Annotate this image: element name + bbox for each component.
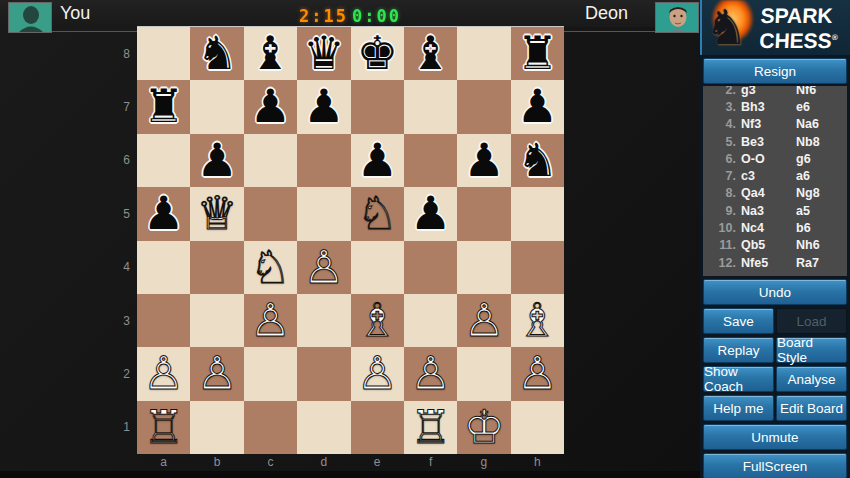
square-g6[interactable]: ♟ xyxy=(457,134,510,187)
move-row-12: 12.Nfe5Ra7 xyxy=(703,254,847,271)
board-style-button[interactable]: Board Style xyxy=(776,337,847,363)
move-number: 10. xyxy=(703,221,741,235)
show-coach-button[interactable]: Show Coach xyxy=(703,366,774,392)
move-list[interactable]: 2.g3Nf63.Bh3e64.Nf3Na65.Be3Nb86.O-Og67.c… xyxy=(703,86,847,276)
action-row: Help meEdit Board xyxy=(703,395,847,421)
move-number: 6. xyxy=(703,152,741,166)
white-knight-e5[interactable]: ♘ xyxy=(351,187,404,240)
action-row: Show CoachAnalyse xyxy=(703,366,847,392)
white-pawn-a2[interactable]: ♙ xyxy=(137,347,190,400)
square-g4[interactable] xyxy=(457,241,510,294)
white-pawn-d4[interactable]: ♙ xyxy=(297,241,350,294)
square-d4[interactable]: ♙ xyxy=(297,241,350,294)
file-label-f: f xyxy=(404,455,457,473)
black-pawn-c7[interactable]: ♟ xyxy=(244,80,297,133)
save-button[interactable]: Save xyxy=(703,308,774,334)
square-e3[interactable]: ♗ xyxy=(351,294,404,347)
move-number: 9. xyxy=(703,204,741,218)
square-g7[interactable] xyxy=(457,80,510,133)
undo-button[interactable]: Undo xyxy=(703,279,847,305)
white-move: Bh3 xyxy=(741,100,796,114)
square-a4[interactable] xyxy=(137,241,190,294)
move-number: 4. xyxy=(703,117,741,131)
logo-line1: SPARK xyxy=(760,5,839,27)
black-move: Ra7 xyxy=(796,256,819,270)
white-knight-c4[interactable]: ♘ xyxy=(244,241,297,294)
black-move: Na6 xyxy=(796,117,819,131)
square-a8[interactable] xyxy=(137,27,190,80)
black-knight-h6[interactable]: ♞ xyxy=(511,134,564,187)
square-b7[interactable] xyxy=(190,80,243,133)
edit-board-button[interactable]: Edit Board xyxy=(776,395,847,421)
file-label-b: b xyxy=(190,455,243,473)
file-label-a: a xyxy=(137,455,190,473)
square-g1[interactable]: ♔ xyxy=(457,401,510,454)
white-move: O-O xyxy=(741,152,796,166)
square-d1[interactable] xyxy=(297,401,350,454)
black-pawn-d7[interactable]: ♟ xyxy=(297,80,350,133)
square-g3[interactable]: ♙ xyxy=(457,294,510,347)
white-player-name: You xyxy=(60,3,90,24)
square-b6[interactable]: ♟ xyxy=(190,134,243,187)
square-f2[interactable]: ♙ xyxy=(404,347,457,400)
square-h4[interactable] xyxy=(511,241,564,294)
square-b3[interactable] xyxy=(190,294,243,347)
square-a2[interactable]: ♙ xyxy=(137,347,190,400)
white-move: Nc4 xyxy=(741,221,796,235)
black-move: a5 xyxy=(796,204,810,218)
chess-board: ♞♝♛♚♝♜♜♟♟♟♟♟♟♞♟♕♘♟♘♙♙♗♙♗♙♙♙♙♙♖♖♔ xyxy=(137,26,564,454)
help-me-button[interactable]: Help me xyxy=(703,395,774,421)
move-number: 12. xyxy=(703,256,741,270)
move-row-7: 7.c3a6 xyxy=(703,167,847,184)
rank-label-5: 5 xyxy=(119,187,134,240)
file-label-c: c xyxy=(244,455,297,473)
rank-label-3: 3 xyxy=(119,294,134,347)
square-f1[interactable]: ♖ xyxy=(404,401,457,454)
black-pawn-e6[interactable]: ♟ xyxy=(351,134,404,187)
square-g8[interactable] xyxy=(457,27,510,80)
white-move: c3 xyxy=(741,169,796,183)
square-c2[interactable] xyxy=(244,347,297,400)
square-d5[interactable] xyxy=(297,187,350,240)
square-f4[interactable] xyxy=(404,241,457,294)
sparkchess-logo: ♞ SPARK CHESS® xyxy=(700,0,850,55)
square-f5[interactable]: ♟ xyxy=(404,187,457,240)
black-queen-d8[interactable]: ♛ xyxy=(297,27,350,80)
white-move: Nfe5 xyxy=(741,256,796,270)
file-label-h: h xyxy=(511,455,564,473)
black-move: b6 xyxy=(796,221,811,235)
black-pawn-h7[interactable]: ♟ xyxy=(511,80,564,133)
square-c7[interactable]: ♟ xyxy=(244,80,297,133)
rank-label-7: 7 xyxy=(119,80,134,133)
square-e1[interactable] xyxy=(351,401,404,454)
black-move: Ng8 xyxy=(796,186,820,200)
square-c5[interactable] xyxy=(244,187,297,240)
knight-logo-icon: ♞ xyxy=(705,0,748,54)
square-a7[interactable]: ♜ xyxy=(137,80,190,133)
move-row-3: 3.Bh3e6 xyxy=(703,98,847,115)
white-bishop-h3[interactable]: ♗ xyxy=(511,294,564,347)
black-rook-a7[interactable]: ♜ xyxy=(137,80,190,133)
black-move: e6 xyxy=(796,100,810,114)
rank-label-4: 4 xyxy=(119,241,134,294)
action-row: SaveLoad xyxy=(703,308,847,334)
move-number: 8. xyxy=(703,186,741,200)
board-grid: ♞♝♛♚♝♜♜♟♟♟♟♟♟♞♟♕♘♟♘♙♙♗♙♗♙♙♙♙♙♖♖♔ xyxy=(137,27,564,454)
square-c1[interactable] xyxy=(244,401,297,454)
fullscreen-button[interactable]: FullScreen xyxy=(703,453,847,478)
square-b2[interactable]: ♙ xyxy=(190,347,243,400)
white-move: Na3 xyxy=(741,204,796,218)
file-label-d: d xyxy=(297,455,350,473)
top-bar: You 2:15 0:00 Deon xyxy=(0,0,700,27)
square-d2[interactable] xyxy=(297,347,350,400)
square-h7[interactable]: ♟ xyxy=(511,80,564,133)
action-row: FullScreen xyxy=(703,453,847,478)
file-label-e: e xyxy=(351,455,404,473)
move-row-5: 5.Be3Nb8 xyxy=(703,133,847,150)
white-bishop-e3[interactable]: ♗ xyxy=(351,294,404,347)
square-f3[interactable] xyxy=(404,294,457,347)
rank-labels: 87654321 xyxy=(119,27,134,454)
logo-text: SPARK CHESS® xyxy=(759,5,840,52)
move-row-8: 8.Qa4Ng8 xyxy=(703,185,847,202)
portrait-icon xyxy=(656,3,699,33)
black-player-name: Deon xyxy=(585,3,628,24)
square-d6[interactable] xyxy=(297,134,350,187)
move-row-9: 9.Na3a5 xyxy=(703,202,847,219)
square-e8[interactable]: ♚ xyxy=(351,27,404,80)
square-a6[interactable] xyxy=(137,134,190,187)
square-c3[interactable]: ♙ xyxy=(244,294,297,347)
square-b1[interactable] xyxy=(190,401,243,454)
analyse-button[interactable]: Analyse xyxy=(776,366,847,392)
white-rook-f1[interactable]: ♖ xyxy=(404,401,457,454)
black-knight-b8[interactable]: ♞ xyxy=(190,27,243,80)
black-move: Nh6 xyxy=(796,238,820,252)
square-f6[interactable] xyxy=(404,134,457,187)
square-h6[interactable]: ♞ xyxy=(511,134,564,187)
black-pawn-b6[interactable]: ♟ xyxy=(190,134,243,187)
black-clock: 0:00 xyxy=(352,5,401,27)
white-clock: 2:15 xyxy=(299,5,348,27)
black-rook-h8[interactable]: ♜ xyxy=(511,27,564,80)
you-avatar xyxy=(8,2,52,33)
white-move: Qb5 xyxy=(741,238,796,252)
white-move: Qa4 xyxy=(741,186,796,200)
black-bishop-c8[interactable]: ♝ xyxy=(244,27,297,80)
square-a5[interactable]: ♟ xyxy=(137,187,190,240)
move-number: 11. xyxy=(703,238,741,252)
unmute-button[interactable]: Unmute xyxy=(703,424,847,450)
white-pawn-f2[interactable]: ♙ xyxy=(404,347,457,400)
square-a1[interactable]: ♖ xyxy=(137,401,190,454)
square-e4[interactable] xyxy=(351,241,404,294)
logo-line2: CHESS® xyxy=(759,27,839,52)
rank-label-8: 8 xyxy=(119,27,134,80)
white-pawn-g3[interactable]: ♙ xyxy=(457,294,510,347)
file-labels: abcdefgh xyxy=(137,455,564,473)
square-e6[interactable]: ♟ xyxy=(351,134,404,187)
square-h1[interactable] xyxy=(511,401,564,454)
square-c4[interactable]: ♘ xyxy=(244,241,297,294)
app-window: You 2:15 0:00 Deon 87654321 ♞♝♛♚♝♜♜♟♟♟♟♟… xyxy=(0,0,850,478)
square-c6[interactable] xyxy=(244,134,297,187)
white-king-g1[interactable]: ♔ xyxy=(457,401,510,454)
rank-label-1: 1 xyxy=(119,401,134,454)
registered-mark: ® xyxy=(832,33,838,42)
square-a3[interactable] xyxy=(137,294,190,347)
black-pawn-f5[interactable]: ♟ xyxy=(404,187,457,240)
move-number: 7. xyxy=(703,169,741,183)
deon-avatar xyxy=(655,2,699,33)
action-buttons: UndoSaveLoadReplayBoard StyleShow CoachA… xyxy=(703,279,847,478)
white-queen-b5[interactable]: ♕ xyxy=(190,187,243,240)
black-move: Nb8 xyxy=(796,135,820,149)
rank-label-6: 6 xyxy=(119,134,134,187)
square-f7[interactable] xyxy=(404,80,457,133)
white-move: Be3 xyxy=(741,135,796,149)
move-row-4: 4.Nf3Na6 xyxy=(703,116,847,133)
black-bishop-f8[interactable]: ♝ xyxy=(404,27,457,80)
square-d3[interactable] xyxy=(297,294,350,347)
square-c8[interactable]: ♝ xyxy=(244,27,297,80)
rank-label-2: 2 xyxy=(119,347,134,400)
square-h5[interactable] xyxy=(511,187,564,240)
black-move: a6 xyxy=(796,169,810,183)
action-row: Undo xyxy=(703,279,847,305)
square-h8[interactable]: ♜ xyxy=(511,27,564,80)
resign-button[interactable]: Resign xyxy=(703,58,847,84)
move-row-6: 6.O-Og6 xyxy=(703,150,847,167)
move-number: 2. xyxy=(703,86,741,97)
file-label-g: g xyxy=(457,455,510,473)
square-d8[interactable]: ♛ xyxy=(297,27,350,80)
move-row-11: 11.Qb5Nh6 xyxy=(703,237,847,254)
black-pawn-a5[interactable]: ♟ xyxy=(137,187,190,240)
white-pawn-b2[interactable]: ♙ xyxy=(190,347,243,400)
action-row: ReplayBoard Style xyxy=(703,337,847,363)
square-f8[interactable]: ♝ xyxy=(404,27,457,80)
square-b5[interactable]: ♕ xyxy=(190,187,243,240)
square-h3[interactable]: ♗ xyxy=(511,294,564,347)
white-pawn-h2[interactable]: ♙ xyxy=(511,347,564,400)
square-b8[interactable]: ♞ xyxy=(190,27,243,80)
square-e2[interactable]: ♙ xyxy=(351,347,404,400)
white-rook-a1[interactable]: ♖ xyxy=(137,401,190,454)
square-b4[interactable] xyxy=(190,241,243,294)
sidebar: ♞ SPARK CHESS® Resign 2.g3Nf63.Bh3e64.Nf… xyxy=(700,0,850,478)
move-number: 3. xyxy=(703,100,741,114)
move-row-2: 2.g3Nf6 xyxy=(703,86,847,98)
square-h2[interactable]: ♙ xyxy=(511,347,564,400)
black-move: g6 xyxy=(796,152,811,166)
black-move: Nf6 xyxy=(796,86,816,97)
black-king-e8[interactable]: ♚ xyxy=(351,27,404,80)
replay-button[interactable]: Replay xyxy=(703,337,774,363)
black-pawn-g6[interactable]: ♟ xyxy=(457,134,510,187)
square-g2[interactable] xyxy=(457,347,510,400)
square-e5[interactable]: ♘ xyxy=(351,187,404,240)
square-d7[interactable]: ♟ xyxy=(297,80,350,133)
white-move: g3 xyxy=(741,86,796,97)
white-pawn-e2[interactable]: ♙ xyxy=(351,347,404,400)
white-pawn-c3[interactable]: ♙ xyxy=(244,294,297,347)
load-button[interactable]: Load xyxy=(776,308,847,334)
square-e7[interactable] xyxy=(351,80,404,133)
square-g5[interactable] xyxy=(457,187,510,240)
move-row-10: 10.Nc4b6 xyxy=(703,219,847,236)
action-row: Unmute xyxy=(703,424,847,450)
move-number: 5. xyxy=(703,135,741,149)
silhouette-icon xyxy=(9,3,52,33)
white-move: Nf3 xyxy=(741,117,796,131)
